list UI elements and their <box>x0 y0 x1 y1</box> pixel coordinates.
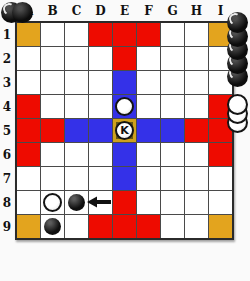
square-G4[interactable] <box>161 95 184 118</box>
square-A3[interactable] <box>17 71 40 94</box>
square-B2[interactable] <box>41 47 64 70</box>
white-stone[interactable] <box>43 193 62 212</box>
column-label-H: H <box>185 2 208 20</box>
square-E2[interactable] <box>113 47 136 70</box>
square-F7[interactable] <box>137 167 160 190</box>
column-label-F: F <box>137 2 160 20</box>
square-G8[interactable] <box>161 191 184 214</box>
square-B4[interactable] <box>41 95 64 118</box>
move-arrow <box>86 194 112 210</box>
row-label-1: 1 <box>0 23 14 46</box>
square-D8[interactable] <box>89 191 112 214</box>
square-E3[interactable] <box>113 71 136 94</box>
square-D3[interactable] <box>89 71 112 94</box>
square-D5[interactable] <box>89 119 112 142</box>
square-F6[interactable] <box>137 143 160 166</box>
square-I6[interactable] <box>209 143 232 166</box>
square-B5[interactable] <box>41 119 64 142</box>
square-H9[interactable] <box>185 215 208 238</box>
square-I9[interactable] <box>209 215 232 238</box>
row-label-2: 2 <box>0 47 14 70</box>
row-labels: 123456789 <box>0 23 14 238</box>
square-E7[interactable] <box>113 167 136 190</box>
square-H5[interactable] <box>185 119 208 142</box>
tablut-app: ABCDEFGHI 123456789 K <box>0 0 250 281</box>
square-A5[interactable] <box>17 119 40 142</box>
square-H1[interactable] <box>185 23 208 46</box>
captured-black-stone <box>227 12 248 33</box>
king[interactable]: K <box>115 121 134 140</box>
column-label-E: E <box>113 2 136 20</box>
square-F2[interactable] <box>137 47 160 70</box>
square-F4[interactable] <box>137 95 160 118</box>
square-D9[interactable] <box>89 215 112 238</box>
stone-highlight <box>228 12 243 27</box>
square-A6[interactable] <box>17 143 40 166</box>
square-E6[interactable] <box>113 143 136 166</box>
square-F3[interactable] <box>137 71 160 94</box>
square-F9[interactable] <box>137 215 160 238</box>
square-G2[interactable] <box>161 47 184 70</box>
square-A9[interactable] <box>17 215 40 238</box>
square-D4[interactable] <box>89 95 112 118</box>
square-B9[interactable] <box>41 215 64 238</box>
column-label-C: C <box>65 2 88 20</box>
square-G7[interactable] <box>161 167 184 190</box>
square-A2[interactable] <box>17 47 40 70</box>
white-stone[interactable] <box>115 97 134 116</box>
square-G3[interactable] <box>161 71 184 94</box>
square-F5[interactable] <box>137 119 160 142</box>
column-labels: ABCDEFGHI <box>17 2 232 20</box>
square-A8[interactable] <box>17 191 40 214</box>
square-B7[interactable] <box>41 167 64 190</box>
square-B1[interactable] <box>41 23 64 46</box>
square-A1[interactable] <box>17 23 40 46</box>
square-C7[interactable] <box>65 167 88 190</box>
square-H2[interactable] <box>185 47 208 70</box>
square-D2[interactable] <box>89 47 112 70</box>
row-label-9: 9 <box>0 215 14 238</box>
square-E5[interactable]: K <box>113 119 136 142</box>
square-G5[interactable] <box>161 119 184 142</box>
square-B3[interactable] <box>41 71 64 94</box>
square-C6[interactable] <box>65 143 88 166</box>
square-G1[interactable] <box>161 23 184 46</box>
square-E1[interactable] <box>113 23 136 46</box>
square-A4[interactable] <box>17 95 40 118</box>
square-H8[interactable] <box>185 191 208 214</box>
square-H3[interactable] <box>185 71 208 94</box>
column-label-B: B <box>41 2 64 20</box>
square-E4[interactable] <box>113 95 136 118</box>
row-label-7: 7 <box>0 167 14 190</box>
row-label-4: 4 <box>0 95 14 118</box>
square-C9[interactable] <box>65 215 88 238</box>
board-grid: K <box>15 21 234 240</box>
square-F1[interactable] <box>137 23 160 46</box>
column-label-G: G <box>161 2 184 20</box>
black-stone[interactable] <box>68 194 85 211</box>
column-label-D: D <box>89 2 112 20</box>
square-H6[interactable] <box>185 143 208 166</box>
square-I7[interactable] <box>209 167 232 190</box>
square-D6[interactable] <box>89 143 112 166</box>
captured-white-stone <box>227 94 248 115</box>
square-G9[interactable] <box>161 215 184 238</box>
row-label-5: 5 <box>0 119 14 142</box>
square-D7[interactable] <box>89 167 112 190</box>
square-I8[interactable] <box>209 191 232 214</box>
square-H7[interactable] <box>185 167 208 190</box>
row-label-3: 3 <box>0 71 14 94</box>
square-F8[interactable] <box>137 191 160 214</box>
square-C3[interactable] <box>65 71 88 94</box>
square-C1[interactable] <box>65 23 88 46</box>
square-C5[interactable] <box>65 119 88 142</box>
square-C8[interactable] <box>65 191 88 214</box>
square-C2[interactable] <box>65 47 88 70</box>
black-stone[interactable] <box>44 218 61 235</box>
square-C4[interactable] <box>65 95 88 118</box>
row-label-8: 8 <box>0 191 14 214</box>
square-D1[interactable] <box>89 23 112 46</box>
square-H4[interactable] <box>185 95 208 118</box>
row-label-6: 6 <box>0 143 14 166</box>
square-B6[interactable] <box>41 143 64 166</box>
square-G6[interactable] <box>161 143 184 166</box>
square-A7[interactable] <box>17 167 40 190</box>
captured-black-stone <box>12 2 33 23</box>
square-B8[interactable] <box>41 191 64 214</box>
square-E8[interactable] <box>113 191 136 214</box>
square-E9[interactable] <box>113 215 136 238</box>
